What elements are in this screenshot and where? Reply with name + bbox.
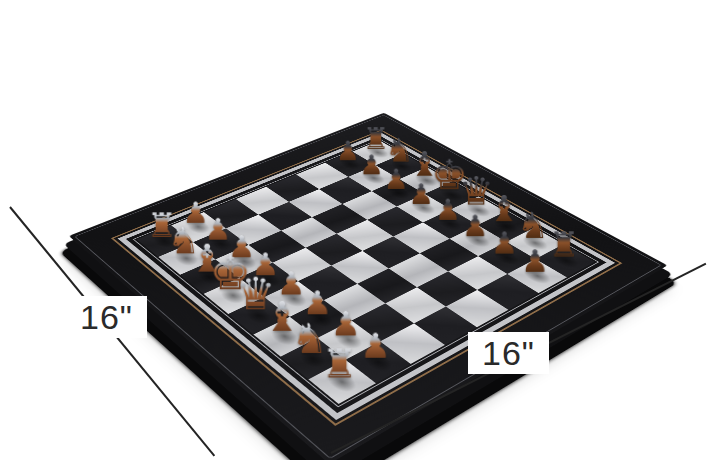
dimension-label-right: 16" bbox=[468, 332, 549, 374]
chess-board: ♜♞♝♚♛♝♞♜♟♟♟♟♟♟♟♟♟♟♟♟♟♟♟♟♜♞♝♚♛♝♞♜ bbox=[69, 113, 668, 460]
dimension-label-left: 16" bbox=[66, 296, 147, 338]
black-pawn-glyph: ♟ bbox=[506, 246, 564, 277]
white-rook-glyph: ♜ bbox=[307, 343, 373, 383]
